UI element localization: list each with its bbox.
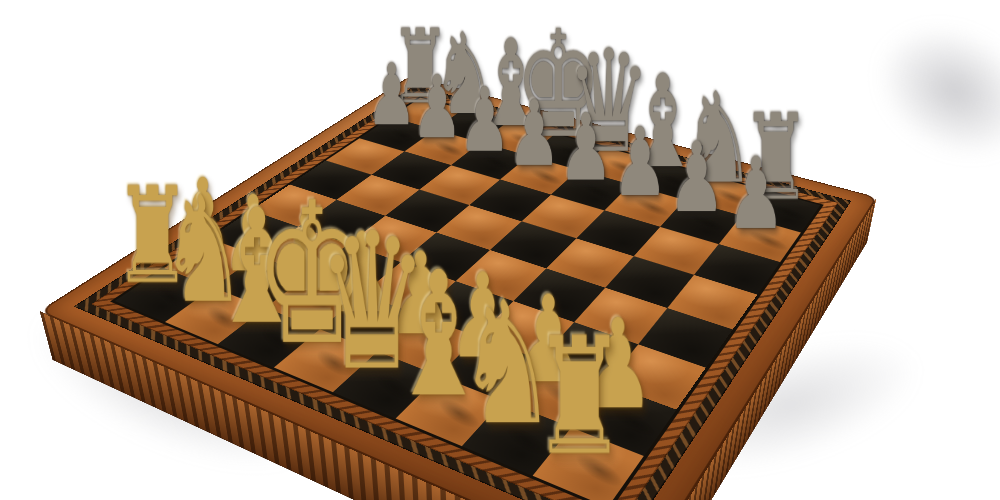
photo-stage: ♜♞♝♚♛♝♞♜♟♟♟♟♟♟♟♟♟♟♟♟♟♟♟♟♜♞♝♚♛♝♞♜ [0,0,1000,500]
white-rook-h1[interactable]: ♜ [511,316,650,478]
square-h1[interactable]: ♜ [533,428,644,500]
black-pawn-h7[interactable]: ♟ [713,145,798,244]
square-h5[interactable] [667,275,757,330]
